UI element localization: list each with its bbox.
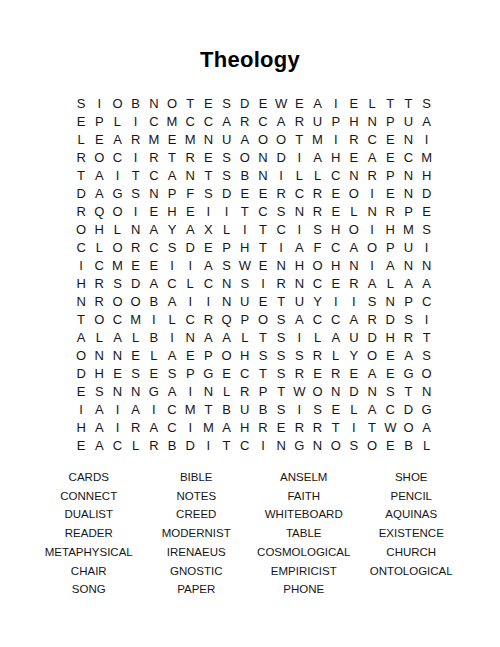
grid-cell[interactable]: I [327, 293, 345, 311]
grid-cell[interactable]: E [345, 365, 363, 383]
grid-cell[interactable]: E [381, 149, 399, 167]
grid-cell[interactable]: N [108, 347, 126, 365]
grid-cell[interactable]: O [308, 257, 326, 275]
grid-cell[interactable]: I [145, 311, 163, 329]
grid-cell[interactable]: H [90, 221, 108, 239]
grid-cell[interactable]: E [145, 203, 163, 221]
grid-cell[interactable]: L [218, 221, 236, 239]
grid-cell[interactable]: E [254, 257, 272, 275]
grid-cell[interactable]: I [181, 293, 199, 311]
grid-cell[interactable]: S [127, 365, 145, 383]
grid-cell[interactable]: P [399, 293, 417, 311]
grid-cell[interactable]: I [218, 203, 236, 221]
grid-cell[interactable]: W [236, 257, 254, 275]
grid-cell[interactable]: S [399, 311, 417, 329]
grid-cell[interactable]: I [327, 131, 345, 149]
grid-cell[interactable]: P [181, 365, 199, 383]
grid-cell[interactable]: S [199, 185, 217, 203]
grid-cell[interactable]: E [127, 347, 145, 365]
grid-cell[interactable]: N [127, 383, 145, 401]
grid-cell[interactable]: C [327, 239, 345, 257]
grid-cell[interactable]: S [236, 275, 254, 293]
grid-cell[interactable]: L [108, 113, 126, 131]
grid-cell[interactable]: N [199, 131, 217, 149]
grid-cell[interactable]: T [254, 221, 272, 239]
grid-cell[interactable]: S [418, 95, 436, 113]
grid-cell[interactable]: R [236, 113, 254, 131]
grid-cell[interactable]: D [72, 365, 90, 383]
grid-cell[interactable]: T [236, 203, 254, 221]
grid-cell[interactable]: P [381, 167, 399, 185]
grid-cell[interactable]: R [127, 131, 145, 149]
grid-cell[interactable]: O [90, 149, 108, 167]
grid-cell[interactable]: F [181, 185, 199, 203]
grid-cell[interactable]: R [290, 419, 308, 437]
grid-cell[interactable]: B [236, 167, 254, 185]
grid-cell[interactable]: F [308, 239, 326, 257]
grid-cell[interactable]: L [363, 95, 381, 113]
grid-cell[interactable]: R [127, 239, 145, 257]
grid-cell[interactable]: C [181, 113, 199, 131]
grid-cell[interactable]: R [72, 203, 90, 221]
grid-cell[interactable]: O [90, 311, 108, 329]
grid-cell[interactable]: S [272, 365, 290, 383]
grid-cell[interactable]: T [363, 419, 381, 437]
grid-cell[interactable]: E [254, 185, 272, 203]
grid-cell[interactable]: H [327, 257, 345, 275]
grid-cell[interactable]: T [72, 167, 90, 185]
grid-cell[interactable]: M [145, 131, 163, 149]
grid-cell[interactable]: R [145, 437, 163, 455]
grid-cell[interactable]: O [308, 383, 326, 401]
grid-cell[interactable]: G [199, 365, 217, 383]
grid-cell[interactable]: L [345, 401, 363, 419]
grid-cell[interactable]: O [127, 293, 145, 311]
grid-cell[interactable]: C [418, 293, 436, 311]
grid-cell[interactable]: R [290, 365, 308, 383]
grid-cell[interactable]: A [418, 113, 436, 131]
grid-cell[interactable]: I [272, 239, 290, 257]
grid-cell[interactable]: L [290, 167, 308, 185]
grid-cell[interactable]: Y [345, 347, 363, 365]
grid-cell[interactable]: P [199, 347, 217, 365]
grid-cell[interactable]: N [199, 383, 217, 401]
grid-cell[interactable]: E [381, 185, 399, 203]
grid-cell[interactable]: A [290, 311, 308, 329]
grid-cell[interactable]: I [90, 95, 108, 113]
grid-cell[interactable]: C [308, 311, 326, 329]
grid-cell[interactable]: M [418, 149, 436, 167]
grid-cell[interactable]: P [254, 383, 272, 401]
grid-cell[interactable]: N [399, 167, 417, 185]
grid-cell[interactable]: A [399, 275, 417, 293]
grid-cell[interactable]: N [308, 437, 326, 455]
grid-cell[interactable]: A [290, 239, 308, 257]
grid-cell[interactable]: A [381, 257, 399, 275]
grid-cell[interactable]: I [290, 329, 308, 347]
grid-cell[interactable]: R [345, 275, 363, 293]
grid-cell[interactable]: I [199, 437, 217, 455]
grid-cell[interactable]: E [327, 185, 345, 203]
grid-cell[interactable]: L [145, 347, 163, 365]
grid-cell[interactable]: C [272, 221, 290, 239]
grid-cell[interactable]: Q [218, 311, 236, 329]
grid-cell[interactable]: O [108, 293, 126, 311]
grid-cell[interactable]: I [363, 185, 381, 203]
grid-cell[interactable]: H [381, 329, 399, 347]
grid-cell[interactable]: I [181, 257, 199, 275]
grid-cell[interactable]: T [127, 167, 145, 185]
grid-cell[interactable]: H [327, 149, 345, 167]
grid-cell[interactable]: S [345, 437, 363, 455]
grid-cell[interactable]: R [145, 149, 163, 167]
grid-cell[interactable]: B [254, 401, 272, 419]
grid-cell[interactable]: I [72, 257, 90, 275]
grid-cell[interactable]: E [345, 95, 363, 113]
grid-cell[interactable]: O [327, 437, 345, 455]
grid-cell[interactable]: A [308, 95, 326, 113]
grid-cell[interactable]: C [181, 311, 199, 329]
grid-cell[interactable]: H [345, 113, 363, 131]
grid-cell[interactable]: S [72, 95, 90, 113]
grid-cell[interactable]: E [308, 365, 326, 383]
grid-cell[interactable]: M [163, 113, 181, 131]
grid-cell[interactable]: R [399, 329, 417, 347]
grid-cell[interactable]: R [72, 149, 90, 167]
grid-cell[interactable]: S [418, 347, 436, 365]
grid-cell[interactable]: G [108, 185, 126, 203]
grid-cell[interactable]: H [236, 347, 254, 365]
grid-cell[interactable]: Q [90, 203, 108, 221]
grid-cell[interactable]: S [254, 347, 272, 365]
grid-cell[interactable]: L [218, 383, 236, 401]
grid-cell[interactable]: S [418, 221, 436, 239]
grid-cell[interactable]: R [327, 365, 345, 383]
grid-cell[interactable]: R [345, 131, 363, 149]
grid-cell[interactable]: I [290, 401, 308, 419]
grid-cell[interactable]: A [90, 401, 108, 419]
grid-cell[interactable]: D [399, 401, 417, 419]
grid-cell[interactable]: S [272, 203, 290, 221]
grid-cell[interactable]: C [290, 185, 308, 203]
grid-cell[interactable]: E [254, 293, 272, 311]
grid-cell[interactable]: I [327, 95, 345, 113]
grid-cell[interactable]: C [236, 437, 254, 455]
grid-cell[interactable]: I [254, 275, 272, 293]
grid-cell[interactable]: I [272, 167, 290, 185]
grid-cell[interactable]: T [199, 401, 217, 419]
grid-cell[interactable]: N [218, 275, 236, 293]
grid-cell[interactable]: R [254, 419, 272, 437]
grid-cell[interactable]: C [145, 113, 163, 131]
grid-cell[interactable]: C [163, 275, 181, 293]
grid-cell[interactable]: C [363, 131, 381, 149]
grid-cell[interactable]: C [108, 311, 126, 329]
grid-cell[interactable]: D [272, 149, 290, 167]
grid-cell[interactable]: A [163, 167, 181, 185]
grid-cell[interactable]: I [72, 401, 90, 419]
grid-cell[interactable]: R [272, 275, 290, 293]
grid-cell[interactable]: N [345, 167, 363, 185]
grid-cell[interactable]: I [199, 293, 217, 311]
grid-cell[interactable]: A [163, 347, 181, 365]
grid-cell[interactable]: P [327, 113, 345, 131]
grid-cell[interactable]: E [418, 203, 436, 221]
grid-cell[interactable]: G [418, 401, 436, 419]
grid-cell[interactable]: O [418, 365, 436, 383]
grid-cell[interactable]: E [181, 347, 199, 365]
grid-cell[interactable]: A [199, 329, 217, 347]
grid-cell[interactable]: T [290, 131, 308, 149]
grid-cell[interactable]: T [381, 95, 399, 113]
grid-cell[interactable]: A [363, 275, 381, 293]
grid-cell[interactable]: E [236, 185, 254, 203]
grid-cell[interactable]: N [399, 185, 417, 203]
grid-cell[interactable]: I [127, 203, 145, 221]
grid-cell[interactable]: E [145, 365, 163, 383]
grid-cell[interactable]: U [399, 113, 417, 131]
grid-cell[interactable]: I [108, 401, 126, 419]
grid-cell[interactable]: D [363, 329, 381, 347]
grid-cell[interactable]: O [108, 203, 126, 221]
grid-cell[interactable]: C [163, 401, 181, 419]
grid-cell[interactable]: N [72, 293, 90, 311]
grid-cell[interactable]: N [363, 113, 381, 131]
grid-cell[interactable]: E [181, 203, 199, 221]
grid-cell[interactable]: D [72, 185, 90, 203]
grid-cell[interactable]: O [254, 311, 272, 329]
grid-cell[interactable]: N [90, 347, 108, 365]
grid-cell[interactable]: I [418, 131, 436, 149]
grid-cell[interactable]: C [381, 401, 399, 419]
grid-cell[interactable]: I [290, 221, 308, 239]
grid-cell[interactable]: I [363, 221, 381, 239]
grid-cell[interactable]: W [272, 95, 290, 113]
grid-cell[interactable]: T [272, 293, 290, 311]
grid-cell[interactable]: A [145, 221, 163, 239]
grid-cell[interactable]: H [90, 365, 108, 383]
grid-cell[interactable]: I [127, 113, 145, 131]
grid-cell[interactable]: U [218, 131, 236, 149]
grid-cell[interactable]: I [145, 401, 163, 419]
grid-cell[interactable]: E [108, 365, 126, 383]
grid-cell[interactable]: E [381, 131, 399, 149]
grid-cell[interactable]: S [272, 329, 290, 347]
grid-cell[interactable]: H [327, 221, 345, 239]
grid-cell[interactable]: B [145, 293, 163, 311]
grid-cell[interactable]: P [163, 185, 181, 203]
grid-cell[interactable]: N [363, 383, 381, 401]
grid-cell[interactable]: T [327, 419, 345, 437]
grid-cell[interactable]: C [399, 149, 417, 167]
grid-cell[interactable]: H [163, 203, 181, 221]
grid-cell[interactable]: G [145, 383, 163, 401]
grid-cell[interactable]: W [381, 419, 399, 437]
grid-cell[interactable]: P [236, 311, 254, 329]
grid-cell[interactable]: E [327, 203, 345, 221]
grid-cell[interactable]: C [108, 149, 126, 167]
grid-cell[interactable]: L [90, 329, 108, 347]
grid-cell[interactable]: M [399, 221, 417, 239]
grid-cell[interactable]: C [254, 113, 272, 131]
grid-cell[interactable]: N [145, 95, 163, 113]
grid-cell[interactable]: R [236, 383, 254, 401]
grid-cell[interactable]: A [145, 419, 163, 437]
grid-cell[interactable]: I [254, 437, 272, 455]
grid-cell[interactable]: G [399, 365, 417, 383]
grid-cell[interactable]: O [272, 131, 290, 149]
grid-cell[interactable]: L [308, 329, 326, 347]
grid-cell[interactable]: M [108, 257, 126, 275]
grid-cell[interactable]: P [381, 113, 399, 131]
grid-cell[interactable]: N [290, 275, 308, 293]
grid-cell[interactable]: O [363, 347, 381, 365]
grid-cell[interactable]: E [145, 257, 163, 275]
grid-cell[interactable]: A [345, 311, 363, 329]
grid-cell[interactable]: M [199, 419, 217, 437]
grid-cell[interactable]: N [399, 131, 417, 149]
grid-cell[interactable]: E [199, 239, 217, 257]
grid-cell[interactable]: H [381, 221, 399, 239]
grid-cell[interactable]: N [399, 257, 417, 275]
grid-cell[interactable]: N [272, 257, 290, 275]
grid-cell[interactable]: R [363, 311, 381, 329]
grid-cell[interactable]: C [327, 167, 345, 185]
grid-cell[interactable]: H [236, 419, 254, 437]
grid-cell[interactable]: L [236, 329, 254, 347]
grid-cell[interactable]: A [272, 113, 290, 131]
grid-cell[interactable]: H [236, 239, 254, 257]
grid-cell[interactable]: H [418, 167, 436, 185]
grid-cell[interactable]: A [308, 149, 326, 167]
grid-cell[interactable]: N [381, 293, 399, 311]
grid-cell[interactable]: S [90, 383, 108, 401]
grid-cell[interactable]: C [199, 113, 217, 131]
grid-cell[interactable]: D [381, 311, 399, 329]
grid-cell[interactable]: I [127, 149, 145, 167]
grid-cell[interactable]: H [290, 257, 308, 275]
grid-cell[interactable]: A [345, 239, 363, 257]
grid-cell[interactable]: X [199, 221, 217, 239]
grid-cell[interactable]: S [163, 239, 181, 257]
grid-cell[interactable]: I [108, 167, 126, 185]
grid-cell[interactable]: N [254, 167, 272, 185]
grid-cell[interactable]: C [108, 437, 126, 455]
grid-cell[interactable]: N [345, 257, 363, 275]
grid-cell[interactable]: E [381, 347, 399, 365]
grid-cell[interactable]: S [363, 293, 381, 311]
grid-cell[interactable]: O [363, 239, 381, 257]
grid-cell[interactable]: A [72, 329, 90, 347]
grid-cell[interactable]: O [345, 221, 363, 239]
grid-cell[interactable]: R [199, 311, 217, 329]
grid-cell[interactable]: L [345, 203, 363, 221]
grid-cell[interactable]: R [290, 113, 308, 131]
grid-cell[interactable]: L [127, 437, 145, 455]
grid-cell[interactable]: T [163, 149, 181, 167]
grid-cell[interactable]: E [254, 95, 272, 113]
grid-cell[interactable]: M [181, 401, 199, 419]
grid-cell[interactable]: C [199, 275, 217, 293]
grid-cell[interactable]: H [72, 419, 90, 437]
grid-cell[interactable]: L [381, 275, 399, 293]
grid-cell[interactable]: T [399, 383, 417, 401]
grid-cell[interactable]: A [418, 419, 436, 437]
grid-cell[interactable]: E [199, 149, 217, 167]
grid-cell[interactable]: E [381, 365, 399, 383]
grid-cell[interactable]: N [254, 149, 272, 167]
grid-cell[interactable]: B [399, 437, 417, 455]
grid-cell[interactable]: L [308, 167, 326, 185]
grid-cell[interactable]: L [327, 347, 345, 365]
grid-cell[interactable]: S [290, 347, 308, 365]
grid-cell[interactable]: T [399, 95, 417, 113]
grid-cell[interactable]: U [236, 293, 254, 311]
grid-cell[interactable]: D [345, 383, 363, 401]
grid-cell[interactable]: O [108, 239, 126, 257]
grid-cell[interactable]: I [418, 311, 436, 329]
grid-cell[interactable]: C [90, 257, 108, 275]
grid-cell[interactable]: L [127, 329, 145, 347]
grid-cell[interactable]: U [308, 113, 326, 131]
grid-cell[interactable]: A [199, 257, 217, 275]
grid-cell[interactable]: I [181, 419, 199, 437]
grid-cell[interactable]: U [345, 329, 363, 347]
grid-cell[interactable]: C [145, 167, 163, 185]
grid-cell[interactable]: R [127, 419, 145, 437]
grid-cell[interactable]: U [236, 401, 254, 419]
grid-cell[interactable]: O [399, 419, 417, 437]
grid-cell[interactable]: L [181, 275, 199, 293]
grid-cell[interactable]: S [163, 365, 181, 383]
grid-cell[interactable]: R [90, 275, 108, 293]
grid-cell[interactable]: N [363, 203, 381, 221]
grid-cell[interactable]: O [345, 185, 363, 203]
grid-cell[interactable]: N [127, 221, 145, 239]
grid-cell[interactable]: E [327, 401, 345, 419]
grid-cell[interactable]: E [72, 437, 90, 455]
grid-cell[interactable]: A [90, 167, 108, 185]
grid-cell[interactable]: L [163, 311, 181, 329]
grid-cell[interactable]: R [308, 185, 326, 203]
grid-cell[interactable]: N [108, 383, 126, 401]
grid-cell[interactable]: I [236, 221, 254, 239]
grid-cell[interactable]: E [72, 113, 90, 131]
grid-cell[interactable]: M [308, 131, 326, 149]
grid-cell[interactable]: C [327, 311, 345, 329]
grid-cell[interactable]: T [181, 95, 199, 113]
grid-cell[interactable]: S [272, 401, 290, 419]
grid-cell[interactable]: I [418, 239, 436, 257]
grid-cell[interactable]: N [145, 185, 163, 203]
grid-cell[interactable]: S [127, 185, 145, 203]
grid-cell[interactable]: E [199, 95, 217, 113]
grid-cell[interactable]: I [181, 383, 199, 401]
grid-cell[interactable]: I [199, 203, 217, 221]
grid-cell[interactable]: I [345, 419, 363, 437]
grid-cell[interactable]: T [272, 383, 290, 401]
grid-cell[interactable]: A [363, 149, 381, 167]
grid-cell[interactable]: C [236, 365, 254, 383]
grid-cell[interactable]: N [290, 203, 308, 221]
grid-cell[interactable]: D [418, 185, 436, 203]
grid-cell[interactable]: A [236, 131, 254, 149]
grid-cell[interactable]: M [127, 311, 145, 329]
grid-cell[interactable]: S [218, 149, 236, 167]
grid-cell[interactable]: A [218, 329, 236, 347]
grid-cell[interactable]: S [218, 95, 236, 113]
grid-cell[interactable]: E [327, 275, 345, 293]
